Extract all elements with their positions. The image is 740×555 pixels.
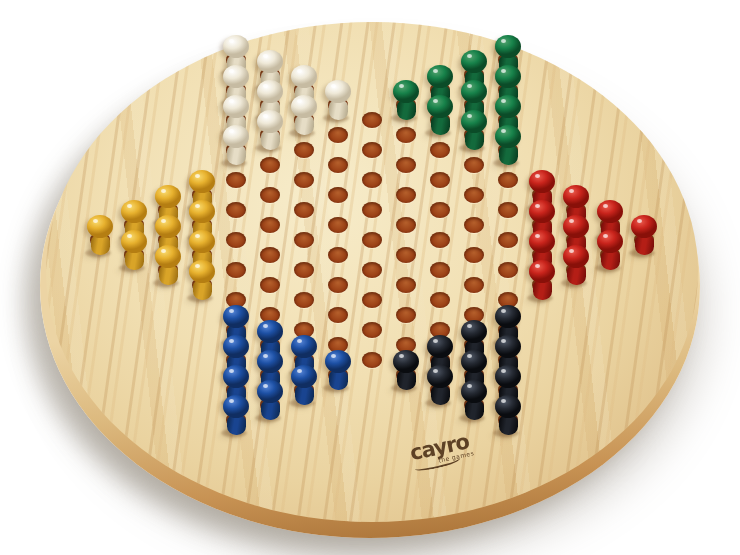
board-hole[interactable] (362, 262, 382, 278)
peg-green[interactable] (460, 110, 488, 150)
peg-body (431, 385, 450, 405)
board-cell (321, 150, 355, 180)
peg-black[interactable] (460, 380, 488, 420)
board-cell (287, 135, 321, 165)
board-cell (355, 105, 389, 135)
board-cell (253, 120, 287, 150)
board-hole[interactable] (362, 112, 382, 128)
board-hole[interactable] (260, 157, 280, 173)
board-cell (321, 180, 355, 210)
peg-head (427, 335, 453, 358)
peg-head (563, 215, 589, 238)
board-cell (151, 255, 185, 285)
peg-body (465, 130, 484, 150)
board-cell (185, 270, 219, 300)
peg-head (223, 95, 249, 118)
peg-blue[interactable] (290, 365, 318, 405)
board-cell (219, 165, 253, 195)
board-cell (525, 270, 559, 300)
peg-body (397, 370, 416, 390)
peg-head (291, 95, 317, 118)
board-cell (491, 135, 525, 165)
peg-head (597, 230, 623, 253)
board-hole[interactable] (396, 247, 416, 263)
peg-head (427, 65, 453, 88)
peg-head (631, 215, 657, 238)
board-cell (457, 210, 491, 240)
board-cell (389, 300, 423, 330)
board-cell (423, 165, 457, 195)
peg-body (499, 415, 518, 435)
peg-body (91, 235, 110, 255)
board-cell (253, 180, 287, 210)
peg-head (529, 260, 555, 283)
board-cell (389, 90, 423, 120)
peg-blue[interactable] (222, 395, 250, 435)
board-cell (253, 390, 287, 420)
peg-body (499, 145, 518, 165)
peg-head (393, 350, 419, 373)
board-hole[interactable] (430, 232, 450, 248)
peg-body (465, 400, 484, 420)
peg-head (427, 365, 453, 388)
board-cell (321, 90, 355, 120)
peg-head (461, 110, 487, 133)
peg-head (461, 350, 487, 373)
peg-head (223, 305, 249, 328)
peg-head (223, 395, 249, 418)
board-hole[interactable] (430, 202, 450, 218)
board-cell (219, 225, 253, 255)
board-hole[interactable] (226, 232, 246, 248)
board-hole[interactable] (362, 232, 382, 248)
board-hole[interactable] (498, 262, 518, 278)
board-cell (321, 210, 355, 240)
board-hole[interactable] (498, 172, 518, 188)
board-hole[interactable] (362, 292, 382, 308)
board-cell (355, 255, 389, 285)
board-hole[interactable] (464, 217, 484, 233)
peg-head (257, 380, 283, 403)
board-hole[interactable] (260, 247, 280, 263)
board-cell (457, 180, 491, 210)
peg-head (495, 65, 521, 88)
product-photo: cayro the games (0, 0, 740, 555)
board-hole[interactable] (294, 262, 314, 278)
peg-head (563, 185, 589, 208)
peg-head (461, 50, 487, 73)
peg-head (597, 200, 623, 223)
peg-head (495, 335, 521, 358)
board-cell (491, 195, 525, 225)
peg-head (155, 245, 181, 268)
board-cell (287, 285, 321, 315)
peg-yellow[interactable] (188, 260, 216, 300)
board-cell (321, 120, 355, 150)
peg-body (295, 115, 314, 135)
board-hole[interactable] (396, 127, 416, 143)
board-hole[interactable] (294, 292, 314, 308)
peg-head (121, 200, 147, 223)
peg-lattice (83, 45, 661, 435)
peg-red[interactable] (562, 245, 590, 285)
peg-head (189, 230, 215, 253)
board-hole[interactable] (328, 187, 348, 203)
board-hole[interactable] (328, 127, 348, 143)
board-hole[interactable] (226, 262, 246, 278)
peg-blue[interactable] (256, 380, 284, 420)
peg-black[interactable] (392, 350, 420, 390)
peg-body (397, 100, 416, 120)
board-cell (457, 390, 491, 420)
board-cell (117, 240, 151, 270)
peg-head (461, 80, 487, 103)
peg-green[interactable] (392, 80, 420, 120)
board-hole[interactable] (362, 352, 382, 368)
board-cell (253, 150, 287, 180)
board-cell (559, 255, 593, 285)
peg-red[interactable] (528, 260, 556, 300)
board-cell (219, 195, 253, 225)
peg-body (329, 100, 348, 120)
board-hole[interactable] (430, 142, 450, 158)
peg-head (121, 230, 147, 253)
board-hole[interactable] (396, 307, 416, 323)
peg-head (223, 335, 249, 358)
board-hole[interactable] (464, 247, 484, 263)
board-hole[interactable] (328, 307, 348, 323)
peg-head (223, 65, 249, 88)
board-hole[interactable] (362, 202, 382, 218)
board-cell (355, 135, 389, 165)
board-hole[interactable] (498, 232, 518, 248)
peg-body (159, 265, 178, 285)
board-cell (389, 270, 423, 300)
board-cell (253, 240, 287, 270)
board-hole[interactable] (430, 172, 450, 188)
board-hole[interactable] (260, 277, 280, 293)
board-hole[interactable] (260, 217, 280, 233)
board-hole[interactable] (328, 277, 348, 293)
peg-body (227, 415, 246, 435)
peg-head (155, 215, 181, 238)
board-cell (355, 225, 389, 255)
peg-head (291, 335, 317, 358)
peg-green[interactable] (426, 95, 454, 135)
peg-head (393, 80, 419, 103)
board-cell (219, 135, 253, 165)
peg-green[interactable] (494, 125, 522, 165)
board-cell (389, 240, 423, 270)
board-cell (457, 150, 491, 180)
peg-white[interactable] (290, 95, 318, 135)
board-cell (423, 105, 457, 135)
board-hole[interactable] (226, 172, 246, 188)
peg-body (193, 280, 212, 300)
peg-head (257, 80, 283, 103)
board-hole[interactable] (396, 157, 416, 173)
board-cell (423, 255, 457, 285)
board-cell (287, 165, 321, 195)
board-cell (593, 240, 627, 270)
peg-head (495, 35, 521, 58)
board-hole[interactable] (294, 202, 314, 218)
board-hole[interactable] (260, 187, 280, 203)
board-hole[interactable] (464, 277, 484, 293)
peg-head (189, 170, 215, 193)
board-cell (355, 165, 389, 195)
chinese-checkers-board: cayro the games (46, 22, 698, 522)
board-cell (355, 345, 389, 375)
peg-head (325, 350, 351, 373)
board-cell (287, 195, 321, 225)
board-cell (423, 285, 457, 315)
peg-body (431, 115, 450, 135)
board-cell (287, 105, 321, 135)
board-cell (287, 375, 321, 405)
peg-body (329, 370, 348, 390)
board-hole[interactable] (464, 187, 484, 203)
board-cell (389, 180, 423, 210)
peg-body (533, 280, 552, 300)
peg-head (529, 170, 555, 193)
peg-red[interactable] (596, 230, 624, 270)
board-cell (423, 195, 457, 225)
board-cell (457, 120, 491, 150)
board-cell (423, 135, 457, 165)
peg-body (261, 130, 280, 150)
board-cell (389, 360, 423, 390)
board-cell (423, 225, 457, 255)
board-hole[interactable] (498, 202, 518, 218)
board-hole[interactable] (294, 232, 314, 248)
board-hole[interactable] (362, 172, 382, 188)
peg-head (223, 35, 249, 58)
peg-body (295, 385, 314, 405)
peg-yellow[interactable] (154, 245, 182, 285)
peg-body (601, 250, 620, 270)
board-cell (355, 315, 389, 345)
board-hole[interactable] (396, 277, 416, 293)
peg-head (461, 320, 487, 343)
peg-body (261, 400, 280, 420)
board-cell (491, 225, 525, 255)
peg-head (495, 125, 521, 148)
peg-head (325, 80, 351, 103)
peg-body (125, 250, 144, 270)
board-hole[interactable] (430, 262, 450, 278)
peg-head (257, 320, 283, 343)
board-cell (287, 225, 321, 255)
board-cell (389, 150, 423, 180)
peg-head (257, 50, 283, 73)
board-hole[interactable] (328, 157, 348, 173)
board-cell (389, 120, 423, 150)
board-cell (423, 375, 457, 405)
peg-head (223, 365, 249, 388)
board-cell (321, 240, 355, 270)
peg-head (257, 110, 283, 133)
peg-head (189, 260, 215, 283)
board-hole[interactable] (294, 142, 314, 158)
peg-head (87, 215, 113, 238)
peg-head (223, 125, 249, 148)
board-hole[interactable] (396, 187, 416, 203)
board-cell (389, 210, 423, 240)
board-cell (457, 270, 491, 300)
peg-head (529, 200, 555, 223)
board-hole[interactable] (362, 142, 382, 158)
peg-head (529, 230, 555, 253)
peg-white[interactable] (222, 125, 250, 165)
board-cell (253, 210, 287, 240)
board-cell (219, 255, 253, 285)
board-cell (491, 255, 525, 285)
board-cell (627, 225, 661, 255)
peg-body (567, 265, 586, 285)
board-cell (321, 270, 355, 300)
peg-head (495, 95, 521, 118)
peg-head (291, 365, 317, 388)
peg-head (495, 305, 521, 328)
peg-body (227, 145, 246, 165)
board-cell (491, 405, 525, 435)
board-cell (253, 270, 287, 300)
peg-body (635, 235, 654, 255)
board-hole[interactable] (396, 217, 416, 233)
board-hole[interactable] (328, 247, 348, 263)
board-cell (321, 300, 355, 330)
board-cell (321, 360, 355, 390)
peg-head (155, 185, 181, 208)
peg-white[interactable] (256, 110, 284, 150)
board-hole[interactable] (430, 292, 450, 308)
board-cell (287, 255, 321, 285)
peg-head (495, 365, 521, 388)
board-hole[interactable] (464, 157, 484, 173)
peg-yellow[interactable] (120, 230, 148, 270)
peg-black[interactable] (494, 395, 522, 435)
peg-head (563, 245, 589, 268)
peg-head (495, 395, 521, 418)
peg-head (257, 350, 283, 373)
board-cell (491, 165, 525, 195)
board-hole[interactable] (362, 322, 382, 338)
peg-head (461, 380, 487, 403)
peg-red[interactable] (630, 215, 658, 255)
board-cell (83, 225, 117, 255)
board-hole[interactable] (294, 172, 314, 188)
board-cell (355, 285, 389, 315)
peg-white[interactable] (324, 80, 352, 120)
board-hole[interactable] (328, 217, 348, 233)
board-cell (219, 405, 253, 435)
board-cell (355, 195, 389, 225)
peg-head (427, 95, 453, 118)
peg-black[interactable] (426, 365, 454, 405)
board-cell (457, 240, 491, 270)
board-hole[interactable] (226, 202, 246, 218)
peg-yellow[interactable] (86, 215, 114, 255)
peg-head (189, 200, 215, 223)
peg-blue[interactable] (324, 350, 352, 390)
peg-head (291, 65, 317, 88)
